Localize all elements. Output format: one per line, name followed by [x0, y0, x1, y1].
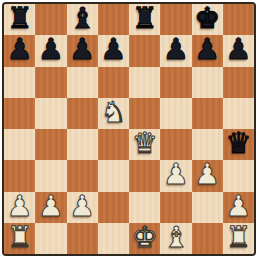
square-c6[interactable] — [67, 67, 98, 98]
square-f4[interactable] — [160, 129, 191, 160]
square-a1[interactable]: ♜ — [4, 223, 35, 254]
white-queen-e4[interactable]: ♛ — [132, 129, 158, 158]
square-d3[interactable] — [98, 160, 129, 191]
square-g1[interactable] — [192, 223, 223, 254]
square-h8[interactable] — [223, 4, 254, 35]
black-queen-h4[interactable]: ♛ — [225, 129, 251, 158]
square-g3[interactable]: ♟ — [192, 160, 223, 191]
square-b6[interactable] — [35, 67, 66, 98]
white-knight-d5[interactable]: ♞ — [100, 98, 126, 127]
square-a7[interactable]: ♟ — [4, 35, 35, 66]
square-a8[interactable]: ♜ — [4, 4, 35, 35]
square-c4[interactable] — [67, 129, 98, 160]
square-h3[interactable] — [223, 160, 254, 191]
chess-app: ♜♝♜♚♟♟♟♟♟♟♟♞♛♛♟♟♟♟♟♟♜♚♝♜ — [0, 0, 258, 258]
square-c7[interactable]: ♟ — [67, 35, 98, 66]
square-h1[interactable]: ♜ — [223, 223, 254, 254]
white-pawn-f3[interactable]: ♟ — [163, 160, 189, 189]
white-rook-a1[interactable]: ♜ — [7, 223, 33, 252]
black-pawn-a7[interactable]: ♟ — [7, 35, 33, 64]
square-e4[interactable]: ♛ — [129, 129, 160, 160]
square-d6[interactable] — [98, 67, 129, 98]
square-a4[interactable] — [4, 129, 35, 160]
white-pawn-h2[interactable]: ♟ — [225, 192, 251, 221]
square-h5[interactable] — [223, 98, 254, 129]
square-e1[interactable]: ♚ — [129, 223, 160, 254]
square-f5[interactable] — [160, 98, 191, 129]
square-e8[interactable]: ♜ — [129, 4, 160, 35]
white-pawn-c2[interactable]: ♟ — [69, 192, 95, 221]
square-f8[interactable] — [160, 4, 191, 35]
square-a6[interactable] — [4, 67, 35, 98]
square-a3[interactable] — [4, 160, 35, 191]
square-a5[interactable] — [4, 98, 35, 129]
square-d4[interactable] — [98, 129, 129, 160]
square-c1[interactable] — [67, 223, 98, 254]
square-f1[interactable]: ♝ — [160, 223, 191, 254]
white-king-e1[interactable]: ♚ — [132, 223, 158, 252]
black-king-g8[interactable]: ♚ — [194, 4, 220, 33]
square-g2[interactable] — [192, 192, 223, 223]
square-c2[interactable]: ♟ — [67, 192, 98, 223]
black-pawn-h7[interactable]: ♟ — [225, 35, 251, 64]
square-g8[interactable]: ♚ — [192, 4, 223, 35]
black-bishop-c8[interactable]: ♝ — [69, 4, 95, 33]
square-b3[interactable] — [35, 160, 66, 191]
square-b1[interactable] — [35, 223, 66, 254]
square-e3[interactable] — [129, 160, 160, 191]
white-pawn-b2[interactable]: ♟ — [38, 192, 64, 221]
chess-board: ♜♝♜♚♟♟♟♟♟♟♟♞♛♛♟♟♟♟♟♟♜♚♝♜ — [4, 4, 254, 254]
square-c5[interactable] — [67, 98, 98, 129]
black-pawn-c7[interactable]: ♟ — [69, 35, 95, 64]
black-pawn-b7[interactable]: ♟ — [38, 35, 64, 64]
square-c3[interactable] — [67, 160, 98, 191]
square-b5[interactable] — [35, 98, 66, 129]
square-f6[interactable] — [160, 67, 191, 98]
square-g5[interactable] — [192, 98, 223, 129]
square-b7[interactable]: ♟ — [35, 35, 66, 66]
square-h7[interactable]: ♟ — [223, 35, 254, 66]
white-pawn-g3[interactable]: ♟ — [194, 160, 220, 189]
square-d2[interactable] — [98, 192, 129, 223]
square-h4[interactable]: ♛ — [223, 129, 254, 160]
square-e5[interactable] — [129, 98, 160, 129]
square-d8[interactable] — [98, 4, 129, 35]
square-f7[interactable]: ♟ — [160, 35, 191, 66]
square-g4[interactable] — [192, 129, 223, 160]
square-f2[interactable] — [160, 192, 191, 223]
square-b2[interactable]: ♟ — [35, 192, 66, 223]
black-pawn-d7[interactable]: ♟ — [100, 35, 126, 64]
square-g6[interactable] — [192, 67, 223, 98]
white-pawn-a2[interactable]: ♟ — [7, 192, 33, 221]
square-h2[interactable]: ♟ — [223, 192, 254, 223]
black-rook-a8[interactable]: ♜ — [7, 4, 33, 33]
white-bishop-f1[interactable]: ♝ — [163, 223, 189, 252]
black-pawn-f7[interactable]: ♟ — [163, 35, 189, 64]
square-b4[interactable] — [35, 129, 66, 160]
square-g7[interactable]: ♟ — [192, 35, 223, 66]
square-d5[interactable]: ♞ — [98, 98, 129, 129]
square-f3[interactable]: ♟ — [160, 160, 191, 191]
white-rook-h1[interactable]: ♜ — [225, 223, 251, 252]
square-d7[interactable]: ♟ — [98, 35, 129, 66]
square-e6[interactable] — [129, 67, 160, 98]
chess-board-frame: ♜♝♜♚♟♟♟♟♟♟♟♞♛♛♟♟♟♟♟♟♜♚♝♜ — [2, 2, 256, 256]
square-b8[interactable] — [35, 4, 66, 35]
black-rook-e8[interactable]: ♜ — [132, 4, 158, 33]
square-d1[interactable] — [98, 223, 129, 254]
square-h6[interactable] — [223, 67, 254, 98]
square-e7[interactable] — [129, 35, 160, 66]
square-e2[interactable] — [129, 192, 160, 223]
square-c8[interactable]: ♝ — [67, 4, 98, 35]
black-pawn-g7[interactable]: ♟ — [194, 35, 220, 64]
square-a2[interactable]: ♟ — [4, 192, 35, 223]
